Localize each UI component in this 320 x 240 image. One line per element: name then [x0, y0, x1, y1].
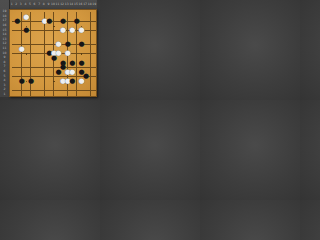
star-point: [53, 26, 55, 28]
black-stone: ●: [61, 19, 66, 24]
black-stone: ●: [70, 79, 75, 84]
black-stone: ●: [24, 28, 29, 33]
black-stone: ●: [65, 42, 70, 47]
coordinate-label: 19: [92, 0, 97, 9]
black-stone: ●: [15, 19, 20, 24]
white-stone: ●: [19, 47, 24, 52]
black-stone: ●: [75, 19, 80, 24]
black-stone: ●: [52, 56, 57, 61]
black-stone: ●: [47, 19, 52, 24]
black-stone: ●: [56, 70, 61, 75]
black-stone: ●: [70, 61, 75, 66]
white-stone: ●: [70, 70, 75, 75]
white-stone: ●: [24, 15, 29, 20]
black-stone: ●: [79, 61, 84, 66]
go-board[interactable]: ●●●●●●●●●●●●●●●●●●●●●●●●●●●●●●●●●●: [9, 9, 96, 96]
left-coordinates: 19181716151413121110987654321: [0, 9, 9, 96]
white-stone: ●: [79, 79, 84, 84]
star-point: [26, 53, 28, 55]
white-stone: ●: [65, 51, 70, 56]
black-stone: ●: [79, 42, 84, 47]
top-coordinates: 12345678910111213141516171819: [9, 0, 96, 9]
white-stone: ●: [79, 28, 84, 33]
black-stone: ●: [19, 79, 24, 84]
white-stone: ●: [56, 42, 61, 47]
white-stone: ●: [61, 28, 66, 33]
coordinate-label: 1: [0, 92, 9, 97]
white-stone: ●: [70, 28, 75, 33]
black-stone: ●: [29, 79, 34, 84]
